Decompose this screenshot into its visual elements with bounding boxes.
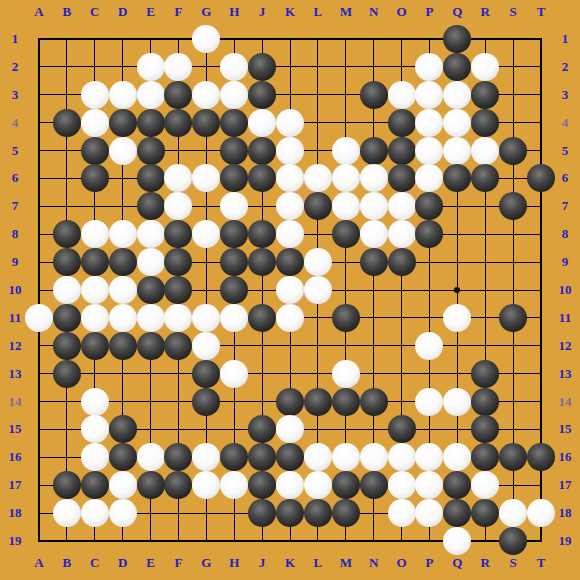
white-stone bbox=[192, 164, 220, 192]
black-stone bbox=[443, 164, 471, 192]
white-stone bbox=[443, 304, 471, 332]
row-label-right: 13 bbox=[552, 367, 578, 381]
column-label-bottom: E bbox=[138, 556, 164, 570]
column-label-top: E bbox=[138, 5, 164, 19]
h-grid-line bbox=[38, 373, 542, 374]
white-stone bbox=[304, 276, 332, 304]
white-stone bbox=[527, 499, 555, 527]
white-stone bbox=[81, 499, 109, 527]
black-stone bbox=[499, 137, 527, 165]
column-label-top: T bbox=[528, 5, 554, 19]
black-stone bbox=[53, 332, 81, 360]
column-label-bottom: G bbox=[193, 556, 219, 570]
black-stone bbox=[527, 443, 555, 471]
white-stone bbox=[109, 276, 137, 304]
black-stone bbox=[248, 220, 276, 248]
black-stone bbox=[81, 332, 109, 360]
row-label-left: 8 bbox=[2, 227, 28, 241]
column-label-top: K bbox=[277, 5, 303, 19]
row-label-left: 13 bbox=[2, 367, 28, 381]
column-label-top: B bbox=[54, 5, 80, 19]
black-stone bbox=[415, 220, 443, 248]
white-stone bbox=[109, 220, 137, 248]
white-stone bbox=[192, 332, 220, 360]
row-label-right: 14 bbox=[552, 395, 578, 409]
column-label-top: C bbox=[82, 5, 108, 19]
black-stone bbox=[304, 388, 332, 416]
black-stone bbox=[276, 248, 304, 276]
black-stone bbox=[360, 81, 388, 109]
column-label-bottom: P bbox=[416, 556, 442, 570]
black-stone bbox=[192, 109, 220, 137]
black-stone bbox=[248, 415, 276, 443]
white-stone bbox=[164, 53, 192, 81]
column-label-bottom: M bbox=[333, 556, 359, 570]
black-stone bbox=[388, 248, 416, 276]
row-label-left: 10 bbox=[2, 283, 28, 297]
white-stone bbox=[443, 109, 471, 137]
white-stone bbox=[415, 81, 443, 109]
black-stone bbox=[248, 443, 276, 471]
black-stone bbox=[220, 276, 248, 304]
black-stone bbox=[81, 137, 109, 165]
white-stone bbox=[276, 192, 304, 220]
black-stone bbox=[192, 388, 220, 416]
white-stone bbox=[109, 304, 137, 332]
black-stone bbox=[220, 164, 248, 192]
black-stone bbox=[443, 471, 471, 499]
white-stone bbox=[443, 443, 471, 471]
black-stone bbox=[164, 332, 192, 360]
black-stone bbox=[220, 443, 248, 471]
black-stone bbox=[248, 164, 276, 192]
black-stone bbox=[109, 415, 137, 443]
go-board-page: AABBCCDDEEFFGGHHJJKKLLMMNNOOPPQQRRSSTT11… bbox=[0, 0, 580, 580]
black-stone bbox=[248, 471, 276, 499]
black-stone bbox=[137, 109, 165, 137]
row-label-left: 4 bbox=[2, 116, 28, 130]
black-stone bbox=[360, 471, 388, 499]
row-label-left: 3 bbox=[2, 88, 28, 102]
white-stone bbox=[137, 81, 165, 109]
column-label-top: N bbox=[361, 5, 387, 19]
black-stone bbox=[81, 248, 109, 276]
white-stone bbox=[276, 304, 304, 332]
white-stone bbox=[360, 443, 388, 471]
black-stone bbox=[164, 220, 192, 248]
black-stone bbox=[164, 81, 192, 109]
black-stone bbox=[332, 499, 360, 527]
white-stone bbox=[471, 53, 499, 81]
column-label-bottom: H bbox=[221, 556, 247, 570]
white-stone bbox=[499, 499, 527, 527]
row-label-right: 9 bbox=[552, 255, 578, 269]
row-label-left: 9 bbox=[2, 255, 28, 269]
white-stone bbox=[415, 388, 443, 416]
black-stone bbox=[137, 276, 165, 304]
white-stone bbox=[220, 81, 248, 109]
black-stone bbox=[53, 248, 81, 276]
black-stone bbox=[220, 137, 248, 165]
column-label-top: D bbox=[110, 5, 136, 19]
column-label-bottom: B bbox=[54, 556, 80, 570]
black-stone bbox=[137, 164, 165, 192]
black-stone bbox=[471, 388, 499, 416]
row-label-left: 18 bbox=[2, 506, 28, 520]
white-stone bbox=[220, 360, 248, 388]
column-label-top: F bbox=[165, 5, 191, 19]
black-stone bbox=[109, 248, 137, 276]
row-label-left: 19 bbox=[2, 534, 28, 548]
column-label-top: G bbox=[193, 5, 219, 19]
white-stone bbox=[276, 109, 304, 137]
black-stone bbox=[443, 25, 471, 53]
white-stone bbox=[304, 443, 332, 471]
white-stone bbox=[109, 499, 137, 527]
white-stone bbox=[53, 499, 81, 527]
white-stone bbox=[332, 164, 360, 192]
white-stone bbox=[81, 388, 109, 416]
white-stone bbox=[220, 53, 248, 81]
white-stone bbox=[388, 499, 416, 527]
white-stone bbox=[443, 81, 471, 109]
black-stone bbox=[443, 53, 471, 81]
black-stone bbox=[415, 192, 443, 220]
row-label-left: 16 bbox=[2, 450, 28, 464]
column-label-top: M bbox=[333, 5, 359, 19]
white-stone bbox=[415, 443, 443, 471]
row-label-left: 5 bbox=[2, 144, 28, 158]
white-stone bbox=[192, 25, 220, 53]
white-stone bbox=[164, 304, 192, 332]
white-stone bbox=[109, 137, 137, 165]
black-stone bbox=[248, 304, 276, 332]
black-stone bbox=[332, 304, 360, 332]
white-stone bbox=[388, 443, 416, 471]
row-label-right: 16 bbox=[552, 450, 578, 464]
column-label-top: H bbox=[221, 5, 247, 19]
column-label-top: J bbox=[249, 5, 275, 19]
black-stone bbox=[53, 109, 81, 137]
white-stone bbox=[332, 443, 360, 471]
black-stone bbox=[220, 109, 248, 137]
white-stone bbox=[415, 471, 443, 499]
row-label-left: 7 bbox=[2, 199, 28, 213]
row-label-left: 12 bbox=[2, 339, 28, 353]
black-stone bbox=[471, 81, 499, 109]
column-label-top: O bbox=[389, 5, 415, 19]
black-stone bbox=[137, 332, 165, 360]
row-label-left: 14 bbox=[2, 395, 28, 409]
white-stone bbox=[388, 220, 416, 248]
black-stone bbox=[332, 388, 360, 416]
column-label-bottom: J bbox=[249, 556, 275, 570]
black-stone bbox=[192, 360, 220, 388]
column-label-bottom: S bbox=[500, 556, 526, 570]
black-stone bbox=[164, 248, 192, 276]
column-label-top: Q bbox=[444, 5, 470, 19]
white-stone bbox=[192, 471, 220, 499]
black-stone bbox=[164, 443, 192, 471]
black-stone bbox=[81, 164, 109, 192]
white-stone bbox=[443, 137, 471, 165]
black-stone bbox=[53, 304, 81, 332]
black-stone bbox=[164, 471, 192, 499]
white-stone bbox=[276, 471, 304, 499]
black-stone bbox=[360, 388, 388, 416]
black-stone bbox=[388, 137, 416, 165]
column-label-bottom: T bbox=[528, 556, 554, 570]
white-stone bbox=[220, 304, 248, 332]
black-stone bbox=[109, 109, 137, 137]
white-stone bbox=[415, 499, 443, 527]
white-stone bbox=[388, 81, 416, 109]
white-stone bbox=[192, 81, 220, 109]
white-stone bbox=[164, 164, 192, 192]
row-label-left: 15 bbox=[2, 422, 28, 436]
white-stone bbox=[137, 220, 165, 248]
column-label-top: R bbox=[472, 5, 498, 19]
white-stone bbox=[53, 276, 81, 304]
white-stone bbox=[276, 137, 304, 165]
white-stone bbox=[81, 220, 109, 248]
white-stone bbox=[137, 443, 165, 471]
black-stone bbox=[248, 81, 276, 109]
black-stone bbox=[220, 248, 248, 276]
black-stone bbox=[527, 164, 555, 192]
white-stone bbox=[471, 137, 499, 165]
black-stone bbox=[164, 276, 192, 304]
row-label-right: 15 bbox=[552, 422, 578, 436]
white-stone bbox=[360, 192, 388, 220]
black-stone bbox=[220, 220, 248, 248]
black-stone bbox=[388, 415, 416, 443]
white-stone bbox=[471, 471, 499, 499]
white-stone bbox=[276, 276, 304, 304]
black-stone bbox=[471, 443, 499, 471]
column-label-bottom: Q bbox=[444, 556, 470, 570]
row-label-right: 5 bbox=[552, 144, 578, 158]
black-stone bbox=[304, 192, 332, 220]
black-stone bbox=[248, 499, 276, 527]
black-stone bbox=[109, 443, 137, 471]
black-stone bbox=[499, 443, 527, 471]
column-label-bottom: R bbox=[472, 556, 498, 570]
black-stone bbox=[109, 332, 137, 360]
white-stone bbox=[81, 443, 109, 471]
row-label-right: 8 bbox=[552, 227, 578, 241]
column-label-bottom: N bbox=[361, 556, 387, 570]
black-stone bbox=[499, 304, 527, 332]
row-label-right: 11 bbox=[552, 311, 578, 325]
white-stone bbox=[360, 220, 388, 248]
white-stone bbox=[192, 304, 220, 332]
black-stone bbox=[248, 137, 276, 165]
white-stone bbox=[81, 276, 109, 304]
white-stone bbox=[192, 443, 220, 471]
column-label-bottom: C bbox=[82, 556, 108, 570]
black-stone bbox=[53, 220, 81, 248]
white-stone bbox=[332, 137, 360, 165]
star-point bbox=[454, 287, 460, 293]
white-stone bbox=[137, 53, 165, 81]
row-label-right: 7 bbox=[552, 199, 578, 213]
black-stone bbox=[248, 53, 276, 81]
black-stone bbox=[471, 164, 499, 192]
white-stone bbox=[137, 304, 165, 332]
row-label-right: 10 bbox=[552, 283, 578, 297]
white-stone bbox=[248, 109, 276, 137]
black-stone bbox=[53, 471, 81, 499]
column-label-bottom: L bbox=[305, 556, 331, 570]
black-stone bbox=[137, 471, 165, 499]
black-stone bbox=[499, 527, 527, 555]
row-label-right: 12 bbox=[552, 339, 578, 353]
black-stone bbox=[443, 499, 471, 527]
white-stone bbox=[81, 304, 109, 332]
white-stone bbox=[332, 360, 360, 388]
white-stone bbox=[109, 471, 137, 499]
black-stone bbox=[388, 164, 416, 192]
black-stone bbox=[388, 109, 416, 137]
black-stone bbox=[332, 220, 360, 248]
row-label-right: 6 bbox=[552, 171, 578, 185]
black-stone bbox=[137, 192, 165, 220]
black-stone bbox=[471, 415, 499, 443]
black-stone bbox=[248, 248, 276, 276]
white-stone bbox=[164, 192, 192, 220]
row-label-left: 2 bbox=[2, 60, 28, 74]
row-label-right: 4 bbox=[552, 116, 578, 130]
row-label-left: 6 bbox=[2, 171, 28, 185]
black-stone bbox=[276, 499, 304, 527]
white-stone bbox=[443, 527, 471, 555]
row-label-right: 19 bbox=[552, 534, 578, 548]
white-stone bbox=[137, 248, 165, 276]
column-label-top: S bbox=[500, 5, 526, 19]
row-label-right: 3 bbox=[552, 88, 578, 102]
white-stone bbox=[415, 137, 443, 165]
row-label-left: 1 bbox=[2, 32, 28, 46]
column-label-bottom: K bbox=[277, 556, 303, 570]
white-stone bbox=[276, 415, 304, 443]
row-label-left: 17 bbox=[2, 478, 28, 492]
column-label-top: L bbox=[305, 5, 331, 19]
black-stone bbox=[304, 499, 332, 527]
white-stone bbox=[415, 53, 443, 81]
black-stone bbox=[81, 471, 109, 499]
white-stone bbox=[415, 109, 443, 137]
white-stone bbox=[220, 192, 248, 220]
black-stone bbox=[332, 471, 360, 499]
white-stone bbox=[360, 164, 388, 192]
column-label-top: P bbox=[416, 5, 442, 19]
black-stone bbox=[137, 137, 165, 165]
white-stone bbox=[415, 332, 443, 360]
white-stone bbox=[81, 109, 109, 137]
row-label-right: 17 bbox=[552, 478, 578, 492]
white-stone bbox=[304, 248, 332, 276]
white-stone bbox=[220, 471, 248, 499]
black-stone bbox=[360, 248, 388, 276]
black-stone bbox=[471, 109, 499, 137]
black-stone bbox=[276, 443, 304, 471]
white-stone bbox=[25, 304, 53, 332]
white-stone bbox=[388, 192, 416, 220]
black-stone bbox=[499, 192, 527, 220]
black-stone bbox=[164, 109, 192, 137]
white-stone bbox=[304, 471, 332, 499]
white-stone bbox=[388, 471, 416, 499]
black-stone bbox=[53, 360, 81, 388]
column-label-bottom: O bbox=[389, 556, 415, 570]
row-label-right: 2 bbox=[552, 60, 578, 74]
white-stone bbox=[276, 164, 304, 192]
white-stone bbox=[332, 192, 360, 220]
go-board[interactable]: AABBCCDDEEFFGGHHJJKKLLMMNNOOPPQQRRSSTT11… bbox=[0, 0, 580, 580]
row-label-right: 18 bbox=[552, 506, 578, 520]
white-stone bbox=[443, 388, 471, 416]
black-stone bbox=[276, 388, 304, 416]
black-stone bbox=[360, 137, 388, 165]
row-label-right: 1 bbox=[552, 32, 578, 46]
column-label-top: A bbox=[26, 5, 52, 19]
column-label-bottom: D bbox=[110, 556, 136, 570]
white-stone bbox=[192, 220, 220, 248]
white-stone bbox=[276, 220, 304, 248]
white-stone bbox=[415, 164, 443, 192]
white-stone bbox=[81, 81, 109, 109]
black-stone bbox=[471, 499, 499, 527]
white-stone bbox=[304, 164, 332, 192]
white-stone bbox=[109, 81, 137, 109]
column-label-bottom: A bbox=[26, 556, 52, 570]
column-label-bottom: F bbox=[165, 556, 191, 570]
white-stone bbox=[81, 415, 109, 443]
black-stone bbox=[471, 360, 499, 388]
